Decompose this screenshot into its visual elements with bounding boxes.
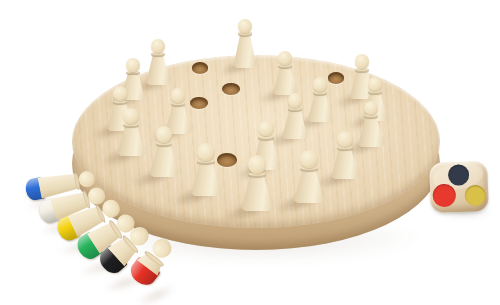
product-photo-stage (0, 0, 500, 305)
peg-head (126, 58, 140, 72)
standing-peg-3[interactable] (273, 48, 298, 95)
peg-head (238, 19, 251, 32)
peg-head (248, 155, 266, 173)
peg-head (368, 77, 382, 91)
peg-head (197, 143, 215, 161)
standing-peg-16[interactable] (190, 141, 222, 196)
peg-head (151, 39, 165, 53)
peg-body (233, 34, 257, 68)
peg-body (282, 109, 309, 139)
peg-head (300, 150, 318, 168)
peg-head (113, 86, 128, 101)
peg-head (258, 121, 274, 137)
board-hole-3[interactable] (190, 97, 208, 110)
drawn-peg-shadow (135, 283, 178, 305)
peg-head (313, 77, 327, 91)
peg-body (331, 148, 360, 179)
die-face-dot-left (432, 184, 456, 208)
standing-peg-15[interactable] (331, 129, 360, 179)
standing-peg-7[interactable] (307, 75, 333, 122)
peg-head (123, 108, 139, 124)
peg-body (190, 162, 222, 196)
peg-head (355, 54, 369, 68)
peg-body (146, 54, 171, 85)
peg-head (171, 88, 186, 103)
board-hole-2[interactable] (222, 83, 239, 95)
peg-body (241, 175, 274, 211)
standing-peg-14[interactable] (149, 124, 179, 177)
peg-body (149, 144, 179, 177)
standing-peg-2[interactable] (146, 35, 171, 85)
standing-peg-18[interactable] (241, 153, 274, 211)
standing-peg-17[interactable] (293, 148, 325, 203)
standing-peg-10[interactable] (282, 91, 309, 139)
peg-head (278, 51, 292, 65)
peg-body (117, 125, 146, 156)
peg-head (288, 93, 303, 108)
die-face-dot-right (465, 185, 487, 207)
peg-head (156, 126, 173, 143)
standing-peg-11[interactable] (358, 98, 385, 147)
standing-peg-1[interactable] (233, 13, 257, 68)
standing-peg-12[interactable] (117, 106, 146, 156)
peg-body (358, 117, 385, 147)
peg-body (293, 169, 325, 203)
peg-head (364, 101, 379, 116)
peg-body (307, 93, 333, 122)
color-die[interactable] (429, 161, 489, 213)
peg-head (337, 131, 353, 147)
board-hole-1[interactable] (192, 62, 208, 73)
die-face-dot-top (448, 164, 470, 186)
